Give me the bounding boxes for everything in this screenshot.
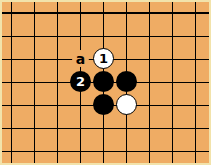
- intersection-r2c9: [184, 24, 207, 47]
- intersection-r2c1: [0, 24, 23, 47]
- intersection-r6c9: [184, 116, 207, 139]
- point-label-a: a: [72, 50, 89, 67]
- intersection-r7c8: [161, 139, 184, 162]
- black-stone: [93, 94, 114, 115]
- intersection-r7c5: [92, 139, 115, 162]
- intersection-r7c2: [23, 139, 46, 162]
- intersection-r4c9: [184, 70, 207, 93]
- white-stone: 1: [93, 48, 114, 69]
- stone-number: 2: [76, 75, 85, 88]
- intersection-r6c8: [161, 116, 184, 139]
- intersection-r2c2: [23, 24, 46, 47]
- intersection-r4c6: [115, 70, 138, 93]
- intersection-r2c4: [69, 24, 92, 47]
- intersection-r6c6: [115, 116, 138, 139]
- intersection-r7c4: [69, 139, 92, 162]
- intersection-r7c9: [184, 139, 207, 162]
- intersection-r7c7: [138, 139, 161, 162]
- intersection-r5c4: [69, 93, 92, 116]
- intersection-r3c4: a: [69, 47, 92, 70]
- go-board: a12: [0, 1, 207, 162]
- intersection-r1c1: [0, 1, 23, 24]
- intersection-r4c2: [23, 70, 46, 93]
- intersection-r5c6: [115, 93, 138, 116]
- intersection-r1c2: [23, 1, 46, 24]
- intersection-r7c1: [0, 139, 23, 162]
- intersection-r3c2: [23, 47, 46, 70]
- intersection-r1c6: [115, 1, 138, 24]
- black-stone: [93, 71, 114, 92]
- intersection-r5c8: [161, 93, 184, 116]
- intersection-r2c6: [115, 24, 138, 47]
- intersection-r1c4: [69, 1, 92, 24]
- intersection-r3c5: 1: [92, 47, 115, 70]
- intersection-r3c1: [0, 47, 23, 70]
- intersection-r6c2: [23, 116, 46, 139]
- intersection-r4c1: [0, 70, 23, 93]
- intersection-r6c3: [46, 116, 69, 139]
- intersection-r1c8: [161, 1, 184, 24]
- intersection-r2c7: [138, 24, 161, 47]
- intersection-r3c3: [46, 47, 69, 70]
- intersection-r5c7: [138, 93, 161, 116]
- black-stone: [116, 71, 137, 92]
- intersection-r5c3: [46, 93, 69, 116]
- intersection-r2c5: [92, 24, 115, 47]
- intersection-r3c8: [161, 47, 184, 70]
- intersection-r7c3: [46, 139, 69, 162]
- intersection-r7c6: [115, 139, 138, 162]
- intersection-r1c3: [46, 1, 69, 24]
- intersection-r6c5: [92, 116, 115, 139]
- intersection-r4c5: [92, 70, 115, 93]
- intersection-r4c8: [161, 70, 184, 93]
- stone-number: 1: [99, 52, 108, 65]
- intersection-r3c6: [115, 47, 138, 70]
- intersection-r4c7: [138, 70, 161, 93]
- intersection-r5c9: [184, 93, 207, 116]
- intersection-r5c5: [92, 93, 115, 116]
- go-diagram: a12: [0, 0, 211, 165]
- intersection-r1c5: [92, 1, 115, 24]
- intersection-r1c7: [138, 1, 161, 24]
- intersection-r5c2: [23, 93, 46, 116]
- intersection-r5c1: [0, 93, 23, 116]
- intersection-r4c3: [46, 70, 69, 93]
- intersection-r1c9: [184, 1, 207, 24]
- intersection-r2c3: [46, 24, 69, 47]
- intersection-r3c7: [138, 47, 161, 70]
- intersection-r4c4: 2: [69, 70, 92, 93]
- intersection-r6c1: [0, 116, 23, 139]
- intersection-r6c4: [69, 116, 92, 139]
- white-stone: [116, 94, 137, 115]
- black-stone: 2: [70, 71, 91, 92]
- intersection-r6c7: [138, 116, 161, 139]
- intersection-r2c8: [161, 24, 184, 47]
- intersection-r3c9: [184, 47, 207, 70]
